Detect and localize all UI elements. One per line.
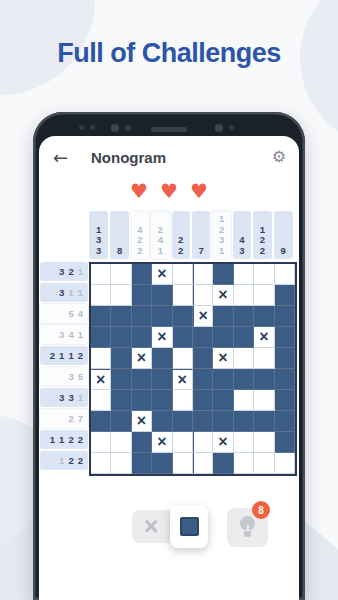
- cell-r2c9[interactable]: [254, 285, 274, 306]
- cell-r10c8[interactable]: [234, 453, 254, 474]
- cell-r6c1[interactable]: ×: [91, 369, 111, 390]
- row-clue-7: 331: [40, 388, 88, 407]
- tool-toggle: ×: [132, 510, 208, 543]
- cell-r9c3[interactable]: [132, 432, 152, 453]
- cell-r10c10[interactable]: [275, 453, 295, 474]
- fill-square-icon: [180, 517, 199, 536]
- cell-r4c9[interactable]: ×: [254, 327, 274, 348]
- cell-r5c6[interactable]: [193, 348, 213, 369]
- clue-number: 3: [68, 371, 73, 382]
- cell-r8c2[interactable]: [111, 411, 131, 432]
- cell-r10c7[interactable]: [213, 453, 233, 474]
- clue-number: 2: [68, 434, 73, 445]
- cell-r7c2[interactable]: [111, 390, 131, 411]
- lives-hearts: ♥♥♥: [39, 180, 299, 202]
- cell-r1c3[interactable]: [132, 264, 152, 285]
- clue-number: 3: [59, 392, 64, 403]
- clue-number: 2: [78, 434, 83, 445]
- col-clue-2: 8: [110, 211, 128, 259]
- col-clue-3: 422: [131, 211, 149, 259]
- cell-r8c8[interactable]: [234, 411, 254, 432]
- clue-number: 5: [68, 308, 73, 319]
- cell-r5c4[interactable]: [152, 348, 172, 369]
- cell-r6c10[interactable]: [275, 369, 295, 390]
- cell-r8c1[interactable]: [91, 411, 111, 432]
- row-clue-3: 54: [40, 304, 88, 323]
- cell-r6c3[interactable]: [132, 369, 152, 390]
- cell-r3c1[interactable]: [91, 306, 111, 327]
- cell-r6c9[interactable]: [254, 369, 274, 390]
- cell-r6c2[interactable]: [111, 369, 131, 390]
- cell-r4c4[interactable]: ×: [152, 327, 172, 348]
- cell-r8c7[interactable]: [213, 411, 233, 432]
- cell-r9c7[interactable]: ×: [213, 432, 233, 453]
- clue-number: 9: [281, 246, 286, 257]
- col-clue-8: 43: [233, 211, 251, 259]
- row-clue-8: 27: [40, 409, 88, 428]
- clue-number: 3: [59, 287, 64, 298]
- cell-r2c6[interactable]: [193, 285, 213, 306]
- cell-r1c2[interactable]: [111, 264, 131, 285]
- clue-number: 4: [158, 235, 163, 246]
- cell-r8c6[interactable]: [193, 411, 213, 432]
- hint-button[interactable]: 8: [227, 508, 268, 547]
- cell-r5c9[interactable]: [254, 348, 274, 369]
- clue-number: 1: [219, 246, 224, 257]
- clue-number: 3: [239, 246, 244, 257]
- cell-r9c2[interactable]: [111, 432, 131, 453]
- cell-r10c1[interactable]: [91, 453, 111, 474]
- clue-number: 3: [96, 235, 101, 246]
- app-bar-title: Nonogram: [91, 149, 166, 166]
- column-clues: 13384222412271231431229: [89, 211, 293, 259]
- clue-number: 1: [59, 434, 64, 445]
- cell-r9c4[interactable]: ×: [152, 432, 172, 453]
- row-clue-5: 2112: [40, 346, 88, 365]
- cell-r6c7[interactable]: [213, 369, 233, 390]
- cell-r9c6[interactable]: [193, 432, 213, 453]
- clue-number: 3: [96, 246, 101, 257]
- cell-r8c4[interactable]: [152, 411, 172, 432]
- cell-r3c7[interactable]: [213, 306, 233, 327]
- cell-r7c1[interactable]: [91, 390, 111, 411]
- cell-r9c9[interactable]: [254, 432, 274, 453]
- row-clue-1: 321: [40, 262, 88, 281]
- clue-number: 1: [78, 392, 83, 403]
- clue-number: 2: [260, 235, 265, 246]
- hint-count-badge: 8: [252, 501, 270, 519]
- cell-r8c10[interactable]: [275, 411, 295, 432]
- cell-r6c8[interactable]: [234, 369, 254, 390]
- clue-number: 3: [68, 392, 73, 403]
- col-clue-9: 122: [253, 211, 271, 259]
- bg-shape-top-right: [300, 0, 338, 148]
- clue-number: 1: [78, 287, 83, 298]
- cell-r5c10[interactable]: [275, 348, 295, 369]
- cell-r7c4[interactable]: [152, 390, 172, 411]
- cell-r3c8[interactable]: [234, 306, 254, 327]
- clue-number: 4: [68, 329, 73, 340]
- cell-r8c5[interactable]: [173, 411, 193, 432]
- cell-r7c6[interactable]: [193, 390, 213, 411]
- clue-number: 1: [158, 246, 163, 257]
- heart-icon: ♥: [160, 180, 178, 202]
- cell-r10c4[interactable]: [152, 453, 172, 474]
- cell-r10c3[interactable]: [132, 453, 152, 474]
- cell-r9c10[interactable]: [275, 432, 295, 453]
- clue-number: 1: [68, 287, 73, 298]
- cell-r2c10[interactable]: [275, 285, 295, 306]
- phone-sensor-dot: [90, 125, 95, 130]
- clue-number: 2: [78, 350, 83, 361]
- cell-r1c4[interactable]: ×: [152, 264, 172, 285]
- cell-r3c10[interactable]: [275, 306, 295, 327]
- phone-camera: [215, 124, 223, 132]
- cell-r2c7[interactable]: ×: [213, 285, 233, 306]
- cell-r1c8[interactable]: [234, 264, 254, 285]
- cell-r4c3[interactable]: [132, 327, 152, 348]
- col-clue-4: 241: [151, 211, 169, 259]
- cell-r1c9[interactable]: [254, 264, 274, 285]
- cell-r9c1[interactable]: [91, 432, 111, 453]
- col-clue-6: 7: [192, 211, 210, 259]
- app-bar: ← Nonogram ⚙: [39, 144, 299, 174]
- cell-r1c5[interactable]: [173, 264, 193, 285]
- cell-r6c4[interactable]: [152, 369, 172, 390]
- row-clue-10: 122: [40, 451, 88, 470]
- row-clue-6: 35: [40, 367, 88, 386]
- cell-r4c1[interactable]: [91, 327, 111, 348]
- cell-r2c2[interactable]: [111, 285, 131, 306]
- x-tool-button[interactable]: ×: [132, 510, 170, 543]
- clue-number: 5: [78, 371, 83, 382]
- cell-r2c8[interactable]: [234, 285, 254, 306]
- heart-icon: ♥: [190, 180, 208, 202]
- cell-r8c9[interactable]: [254, 411, 274, 432]
- cell-r10c5[interactable]: [173, 453, 193, 474]
- cell-r8c3[interactable]: ×: [132, 411, 152, 432]
- cell-r4c8[interactable]: [234, 327, 254, 348]
- cell-r2c1[interactable]: [91, 285, 111, 306]
- cell-r5c7[interactable]: ×: [213, 348, 233, 369]
- nonogram-grid: ××××××××××××: [89, 262, 297, 476]
- clue-number: 3: [59, 329, 64, 340]
- cell-r10c6[interactable]: [193, 453, 213, 474]
- fill-tool-button[interactable]: [170, 505, 208, 548]
- col-clue-7: 1231: [212, 211, 230, 259]
- cell-r5c3[interactable]: ×: [132, 348, 152, 369]
- clue-number: 2: [178, 235, 183, 246]
- row-clues: 32131154341211235331271122122: [40, 262, 88, 472]
- cell-r5c1[interactable]: [91, 348, 111, 369]
- cell-r7c3[interactable]: [132, 390, 152, 411]
- clue-number: 1: [50, 434, 55, 445]
- cell-r3c6[interactable]: ×: [193, 306, 213, 327]
- row-clue-2: 311: [40, 283, 88, 302]
- phone-speaker: [151, 127, 187, 132]
- phone-screen: ← Nonogram ⚙ ♥♥♥ 13384222412271231431229…: [39, 136, 299, 600]
- cell-r3c5[interactable]: [173, 306, 193, 327]
- cell-r9c5[interactable]: [173, 432, 193, 453]
- cell-r4c5[interactable]: [173, 327, 193, 348]
- clue-number: 1: [78, 266, 83, 277]
- cell-r1c1[interactable]: [91, 264, 111, 285]
- clue-number: 2: [68, 413, 73, 424]
- cell-r2c5[interactable]: [173, 285, 193, 306]
- clue-number: 2: [137, 246, 142, 257]
- clue-number: 2: [68, 455, 73, 466]
- lightbulb-icon: [240, 516, 255, 531]
- clue-number: 8: [117, 246, 122, 257]
- settings-gear-icon[interactable]: ⚙: [272, 147, 286, 166]
- col-clue-10: 9: [274, 211, 293, 259]
- cell-r5c5[interactable]: [173, 348, 193, 369]
- clue-number: 2: [137, 235, 142, 246]
- cell-r3c4[interactable]: [152, 306, 172, 327]
- col-clue-5: 22: [172, 211, 190, 259]
- clue-number: 1: [59, 350, 64, 361]
- cell-r4c7[interactable]: [213, 327, 233, 348]
- back-icon[interactable]: ←: [53, 147, 68, 168]
- cell-r3c3[interactable]: [132, 306, 152, 327]
- col-clue-1: 133: [89, 211, 108, 259]
- cell-r7c8[interactable]: [234, 390, 254, 411]
- phone-camera: [111, 124, 119, 132]
- clue-number: 2: [50, 350, 55, 361]
- cell-r3c2[interactable]: [111, 306, 131, 327]
- cell-r7c7[interactable]: [213, 390, 233, 411]
- clue-number: 4: [239, 235, 244, 246]
- row-clue-9: 1122: [40, 430, 88, 449]
- clue-number: 3: [59, 266, 64, 277]
- cell-r7c10[interactable]: [275, 390, 295, 411]
- cell-r5c2[interactable]: [111, 348, 131, 369]
- cell-r1c10[interactable]: [275, 264, 295, 285]
- cell-r9c8[interactable]: [234, 432, 254, 453]
- clue-number: 2: [78, 455, 83, 466]
- clue-number: 7: [199, 246, 204, 257]
- cell-r6c5[interactable]: ×: [173, 369, 193, 390]
- cell-r5c8[interactable]: [234, 348, 254, 369]
- clue-number: 1: [59, 455, 64, 466]
- cell-r6c6[interactable]: [193, 369, 213, 390]
- cell-r7c5[interactable]: [173, 390, 193, 411]
- cell-r4c2[interactable]: [111, 327, 131, 348]
- cell-r4c10[interactable]: [275, 327, 295, 348]
- clue-number: 4: [78, 308, 83, 319]
- phone-sensor-dot: [79, 125, 84, 130]
- clue-number: 7: [78, 413, 83, 424]
- cell-r4c6[interactable]: [193, 327, 213, 348]
- clue-number: 2: [68, 266, 73, 277]
- cell-r2c3[interactable]: [132, 285, 152, 306]
- cell-r1c7[interactable]: [213, 264, 233, 285]
- clue-number: 2: [260, 246, 265, 257]
- row-clue-4: 341: [40, 325, 88, 344]
- cell-r3c9[interactable]: [254, 306, 274, 327]
- cell-r10c2[interactable]: [111, 453, 131, 474]
- cell-r10c9[interactable]: [254, 453, 274, 474]
- cell-r7c9[interactable]: [254, 390, 274, 411]
- clue-number: 1: [68, 350, 73, 361]
- cell-r1c6[interactable]: [193, 264, 213, 285]
- clue-number: 2: [178, 246, 183, 257]
- heart-icon: ♥: [130, 180, 148, 202]
- phone-sensor-dot: [125, 125, 131, 131]
- phone-mockup: ← Nonogram ⚙ ♥♥♥ 13384222412271231431229…: [33, 112, 305, 600]
- phone-sensor-dot: [229, 125, 234, 130]
- clue-number: 1: [219, 214, 224, 225]
- clue-number: 1: [78, 329, 83, 340]
- cell-r2c4[interactable]: [152, 285, 172, 306]
- page-title: Full of Challenges: [0, 38, 338, 69]
- clue-number: 3: [219, 235, 224, 246]
